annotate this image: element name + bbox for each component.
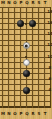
stone-black-Q7: [23, 70, 30, 77]
stone-black-P16: [17, 20, 24, 27]
coord-label-bottom-O: O: [13, 112, 16, 116]
coord-label-bottom-M: M: [1, 112, 5, 116]
star-point-Q16: [25, 23, 27, 25]
coord-label-right-12: 12: [47, 43, 52, 47]
grid-line-col-S: [38, 7, 39, 108]
coord-label-top-O: O: [13, 1, 16, 5]
coord-label-bottom-Q: Q: [25, 112, 28, 116]
coord-label-top-M: M: [1, 1, 5, 5]
grid-line-col-T: [44, 7, 45, 108]
star-point-Q10: [25, 56, 27, 58]
grid-line-col-N: [8, 7, 9, 108]
coord-label-top-P: P: [20, 1, 23, 5]
stone-white-Q12: [23, 42, 30, 49]
coord-label-right-14: 14: [47, 32, 52, 36]
coord-label-right-18: 18: [47, 10, 52, 14]
coord-label-bottom-T: T: [44, 112, 47, 116]
coord-label-right-8: 8: [49, 66, 52, 70]
grid-line-col-M: [2, 7, 3, 108]
coord-label-top-N: N: [7, 1, 10, 5]
coord-label-bottom-S: S: [38, 112, 41, 116]
coord-label-bottom-N: N: [7, 112, 10, 116]
coord-label-top-R: R: [31, 1, 34, 5]
stone-black-Q4: [23, 87, 30, 94]
stone-black-R16: [29, 20, 36, 27]
coord-label-right-16: 16: [47, 21, 52, 25]
coord-label-top-S: S: [38, 1, 41, 5]
coord-label-top-Q: Q: [25, 1, 28, 5]
coord-label-right-6: 6: [49, 77, 52, 81]
stone-white-Q9: [23, 59, 30, 66]
go-board[interactable]: MNOPQRSTMNOPQRST1816141210864: [0, 0, 52, 119]
coord-label-top-T: T: [44, 1, 47, 5]
coord-label-right-10: 10: [47, 55, 52, 59]
coord-label-bottom-R: R: [31, 112, 34, 116]
last-move-marker: [25, 44, 28, 47]
coord-label-right-4: 4: [49, 88, 52, 92]
coord-label-bottom-P: P: [20, 112, 23, 116]
grid-line-col-O: [14, 7, 15, 108]
